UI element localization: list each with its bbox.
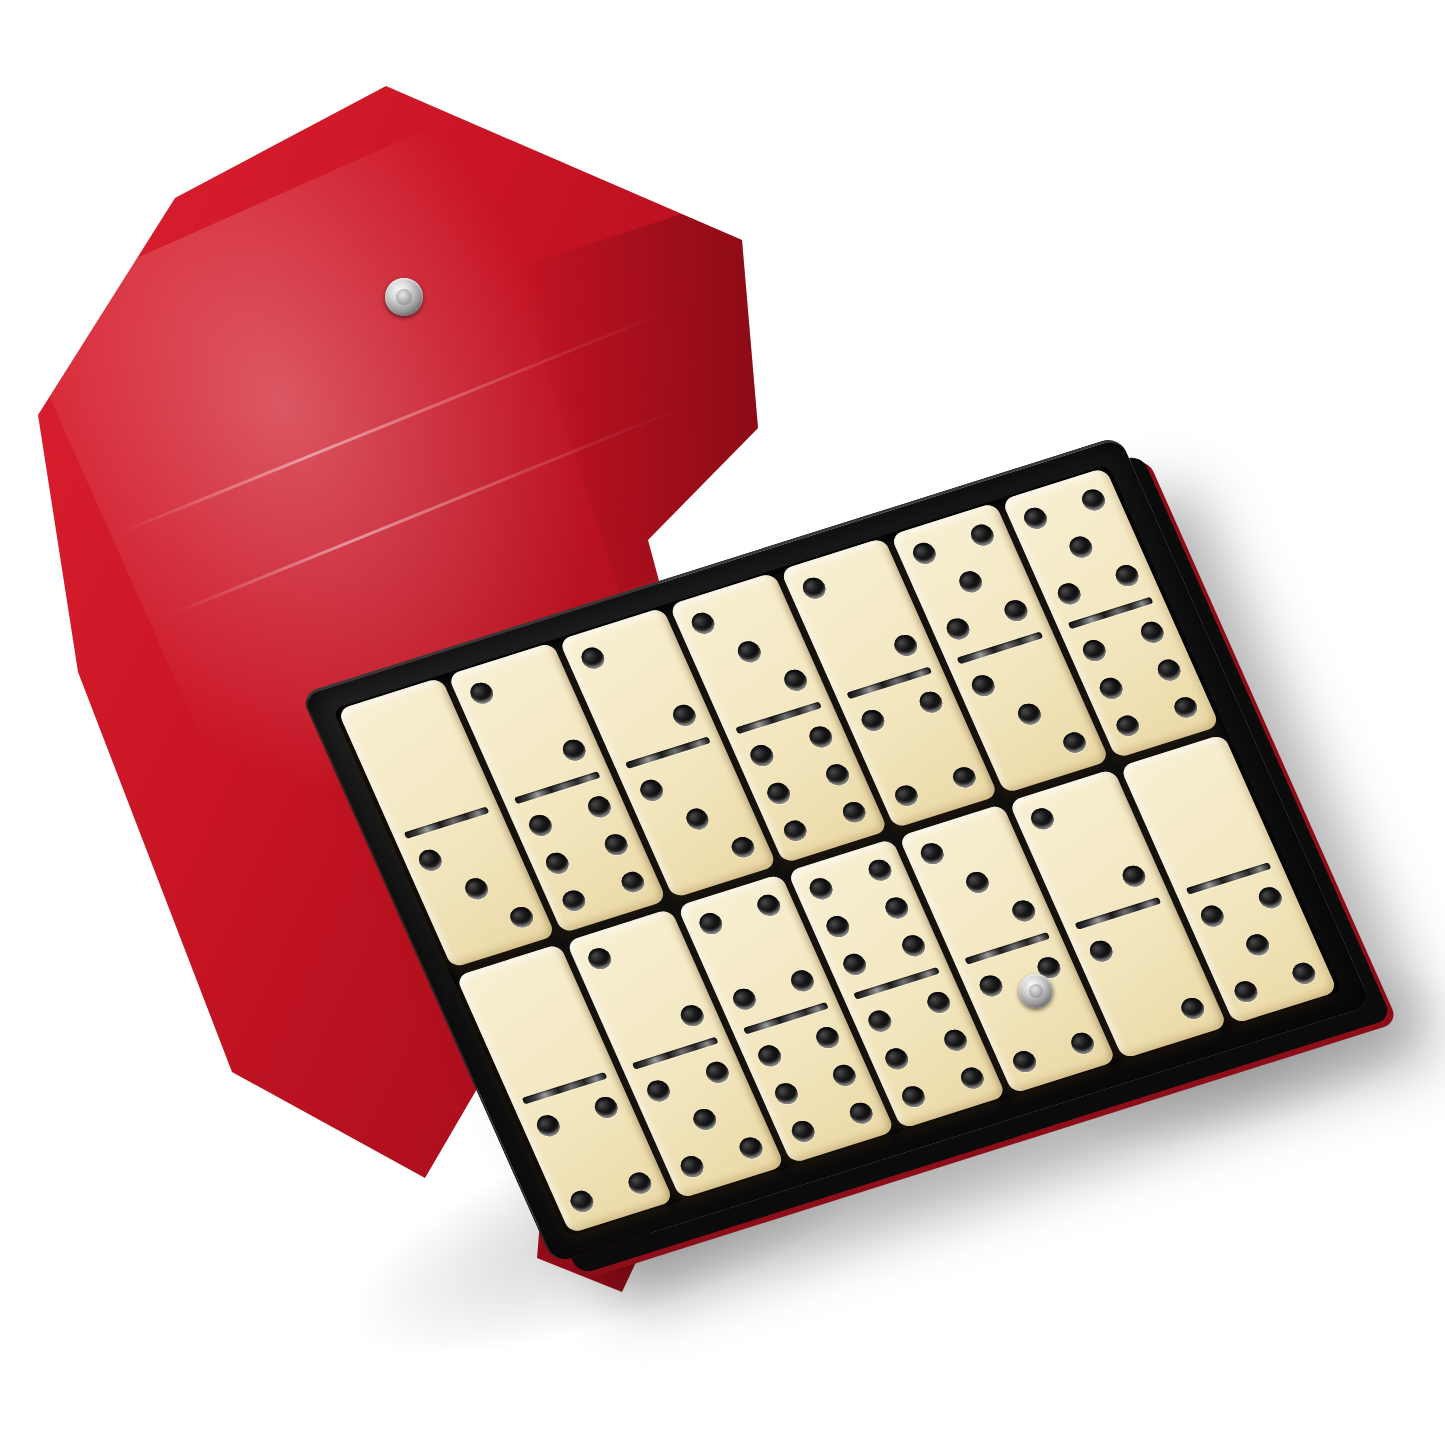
pip	[755, 1043, 785, 1069]
pip	[1154, 657, 1184, 683]
pip	[1231, 979, 1261, 1005]
pip	[968, 522, 998, 548]
pip	[898, 933, 928, 959]
pip	[637, 777, 667, 803]
pip	[584, 793, 614, 819]
pip	[910, 540, 940, 566]
pip	[807, 876, 837, 902]
pip	[1079, 637, 1109, 663]
pip	[1068, 1030, 1098, 1056]
pip	[805, 724, 835, 750]
pip	[1014, 701, 1044, 727]
pip	[847, 1100, 877, 1126]
pip	[840, 951, 870, 977]
pip	[940, 1027, 970, 1053]
pip	[678, 1153, 708, 1179]
pip	[882, 895, 912, 921]
pip	[1289, 960, 1319, 986]
pip	[956, 569, 986, 595]
pip	[559, 737, 589, 763]
pip	[858, 707, 888, 733]
pip	[781, 817, 811, 843]
pip	[625, 1170, 655, 1196]
pip	[1113, 713, 1143, 739]
product-photo-domino-set: { "game": "dominoes", "set_type": "doubl…	[0, 0, 1445, 1445]
pip	[899, 1083, 929, 1109]
pip	[968, 672, 998, 698]
pip	[1060, 729, 1090, 755]
pip	[507, 904, 537, 930]
pip	[1079, 487, 1109, 513]
pip	[1112, 562, 1142, 588]
pip	[682, 805, 712, 831]
pip	[799, 575, 829, 601]
pip	[461, 875, 491, 901]
pip	[957, 1065, 987, 1091]
pip	[891, 632, 921, 658]
pip	[618, 869, 648, 895]
pip	[467, 680, 497, 706]
pip	[917, 841, 947, 867]
pip	[1096, 675, 1126, 701]
snap-button-icon	[385, 278, 423, 316]
pip	[1197, 903, 1227, 929]
pip	[764, 780, 794, 806]
pip	[1020, 505, 1050, 531]
pip	[772, 1081, 802, 1107]
pip	[696, 911, 726, 937]
pip	[976, 973, 1006, 999]
pip	[1243, 932, 1273, 958]
pip	[924, 990, 954, 1016]
pip	[822, 761, 852, 787]
pip	[585, 946, 615, 972]
pip	[950, 764, 980, 790]
pip	[1009, 898, 1039, 924]
pip	[690, 1106, 720, 1132]
pip	[1255, 885, 1285, 911]
pip	[1087, 938, 1117, 964]
pip	[688, 610, 718, 636]
pip	[830, 1062, 860, 1088]
pip	[1178, 995, 1208, 1021]
pip	[963, 869, 993, 895]
pip	[736, 1135, 766, 1161]
pip	[670, 702, 700, 728]
snap-button-icon	[1019, 974, 1053, 1008]
pip	[1054, 581, 1084, 607]
pip	[1120, 863, 1150, 889]
pip	[567, 1188, 597, 1214]
pip	[1137, 619, 1167, 645]
pip	[1010, 1048, 1040, 1074]
pip	[734, 638, 764, 664]
pip	[677, 1003, 707, 1029]
pip	[1001, 597, 1031, 623]
pip	[891, 783, 921, 809]
pip	[592, 1094, 622, 1120]
pip	[916, 689, 946, 715]
pip	[788, 1118, 818, 1144]
pip	[578, 645, 608, 671]
pip	[943, 616, 973, 642]
pip	[644, 1078, 674, 1104]
pip	[543, 850, 573, 876]
pip	[813, 1024, 843, 1050]
pip	[823, 914, 853, 940]
pip	[882, 1046, 912, 1072]
pip	[1066, 534, 1096, 560]
pip	[865, 857, 895, 883]
pip	[747, 742, 777, 768]
pip	[865, 1008, 895, 1034]
pip	[534, 1113, 564, 1139]
pip	[780, 667, 810, 693]
pip	[415, 847, 445, 873]
pip	[560, 887, 590, 913]
pip	[839, 799, 869, 825]
pip	[788, 968, 818, 994]
pip	[1171, 694, 1201, 720]
pip	[601, 831, 631, 857]
pip	[702, 1059, 732, 1085]
pip	[1028, 806, 1058, 832]
pip	[754, 892, 784, 918]
pip	[730, 986, 760, 1012]
pip	[728, 834, 758, 860]
pip	[526, 812, 556, 838]
